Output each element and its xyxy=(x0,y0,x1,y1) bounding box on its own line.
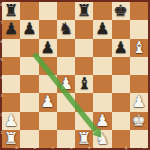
square-d3[interactable] xyxy=(57,93,75,111)
square-c3[interactable]: ♟ xyxy=(39,93,57,111)
square-g8[interactable]: ♚ xyxy=(112,2,130,20)
white-pawn[interactable]: ♟ xyxy=(2,112,20,130)
white-bishop[interactable]: ♝ xyxy=(130,39,148,57)
chess-board: ♜♜♚♟♟♞♟♟♟♝♟♝♟♟♟♟♚♜♜♞ xyxy=(2,2,148,148)
square-b4[interactable] xyxy=(20,75,38,93)
white-pawn[interactable]: ♟ xyxy=(57,75,75,93)
square-a2[interactable]: ♟ xyxy=(2,112,20,130)
black-bishop[interactable]: ♝ xyxy=(75,75,93,93)
square-f7[interactable]: ♟ xyxy=(93,20,111,38)
chessboard-screenshot: ♜♜♚♟♟♞♟♟♟♝♟♝♟♟♟♟♚♜♜♞ abcdefgh87654321 xyxy=(0,0,150,150)
square-g4[interactable] xyxy=(112,75,130,93)
square-d4[interactable]: ♟ xyxy=(57,75,75,93)
square-h7[interactable] xyxy=(130,20,148,38)
square-b6[interactable] xyxy=(20,39,38,57)
square-e6[interactable] xyxy=(75,39,93,57)
square-b7[interactable]: ♟ xyxy=(20,20,38,38)
square-c7[interactable] xyxy=(39,20,57,38)
black-rook[interactable]: ♜ xyxy=(75,2,93,20)
black-king[interactable]: ♚ xyxy=(112,2,130,20)
square-f1[interactable]: ♞ xyxy=(93,130,111,148)
white-pawn[interactable]: ♟ xyxy=(130,93,148,111)
square-a3[interactable] xyxy=(2,93,20,111)
square-h4[interactable] xyxy=(130,75,148,93)
square-b8[interactable] xyxy=(20,2,38,20)
black-pawn[interactable]: ♟ xyxy=(2,20,20,38)
square-d5[interactable] xyxy=(57,57,75,75)
square-c2[interactable] xyxy=(39,112,57,130)
square-h6[interactable]: ♝ xyxy=(130,39,148,57)
square-e2[interactable] xyxy=(75,112,93,130)
square-g5[interactable] xyxy=(112,57,130,75)
square-h5[interactable] xyxy=(130,57,148,75)
black-knight[interactable]: ♞ xyxy=(57,20,75,38)
square-h1[interactable] xyxy=(130,130,148,148)
square-a7[interactable]: ♟ xyxy=(2,20,20,38)
black-rook[interactable]: ♜ xyxy=(2,2,20,20)
square-c4[interactable] xyxy=(39,75,57,93)
square-a8[interactable]: ♜ xyxy=(2,2,20,20)
square-g6[interactable]: ♟ xyxy=(112,39,130,57)
black-pawn[interactable]: ♟ xyxy=(93,20,111,38)
square-b3[interactable] xyxy=(20,93,38,111)
square-g2[interactable] xyxy=(112,112,130,130)
white-knight[interactable]: ♞ xyxy=(93,130,111,148)
black-pawn[interactable]: ♟ xyxy=(20,20,38,38)
white-king[interactable]: ♚ xyxy=(130,112,148,130)
square-g7[interactable] xyxy=(112,20,130,38)
square-f2[interactable]: ♟ xyxy=(93,112,111,130)
square-f8[interactable] xyxy=(93,2,111,20)
square-a1[interactable]: ♜ xyxy=(2,130,20,148)
square-c8[interactable] xyxy=(39,2,57,20)
square-a5[interactable] xyxy=(2,57,20,75)
square-g3[interactable] xyxy=(112,93,130,111)
square-e5[interactable] xyxy=(75,57,93,75)
square-e1[interactable]: ♜ xyxy=(75,130,93,148)
black-pawn[interactable]: ♟ xyxy=(39,39,57,57)
white-pawn[interactable]: ♟ xyxy=(39,93,57,111)
square-e7[interactable] xyxy=(75,20,93,38)
square-e3[interactable] xyxy=(75,93,93,111)
square-b1[interactable] xyxy=(20,130,38,148)
square-f4[interactable] xyxy=(93,75,111,93)
white-rook[interactable]: ♜ xyxy=(2,130,20,148)
square-c6[interactable]: ♟ xyxy=(39,39,57,57)
square-d8[interactable] xyxy=(57,2,75,20)
square-d2[interactable] xyxy=(57,112,75,130)
square-h2[interactable]: ♚ xyxy=(130,112,148,130)
square-d7[interactable]: ♞ xyxy=(57,20,75,38)
square-d6[interactable] xyxy=(57,39,75,57)
square-f6[interactable] xyxy=(93,39,111,57)
square-e4[interactable]: ♝ xyxy=(75,75,93,93)
square-h3[interactable]: ♟ xyxy=(130,93,148,111)
square-c5[interactable] xyxy=(39,57,57,75)
square-a4[interactable] xyxy=(2,75,20,93)
square-d1[interactable] xyxy=(57,130,75,148)
square-a6[interactable] xyxy=(2,39,20,57)
square-c1[interactable] xyxy=(39,130,57,148)
square-f5[interactable] xyxy=(93,57,111,75)
square-f3[interactable] xyxy=(93,93,111,111)
white-rook[interactable]: ♜ xyxy=(75,130,93,148)
square-h8[interactable] xyxy=(130,2,148,20)
square-b5[interactable] xyxy=(20,57,38,75)
square-g1[interactable] xyxy=(112,130,130,148)
white-pawn[interactable]: ♟ xyxy=(93,112,111,130)
square-b2[interactable] xyxy=(20,112,38,130)
square-e8[interactable]: ♜ xyxy=(75,2,93,20)
black-pawn[interactable]: ♟ xyxy=(112,39,130,57)
